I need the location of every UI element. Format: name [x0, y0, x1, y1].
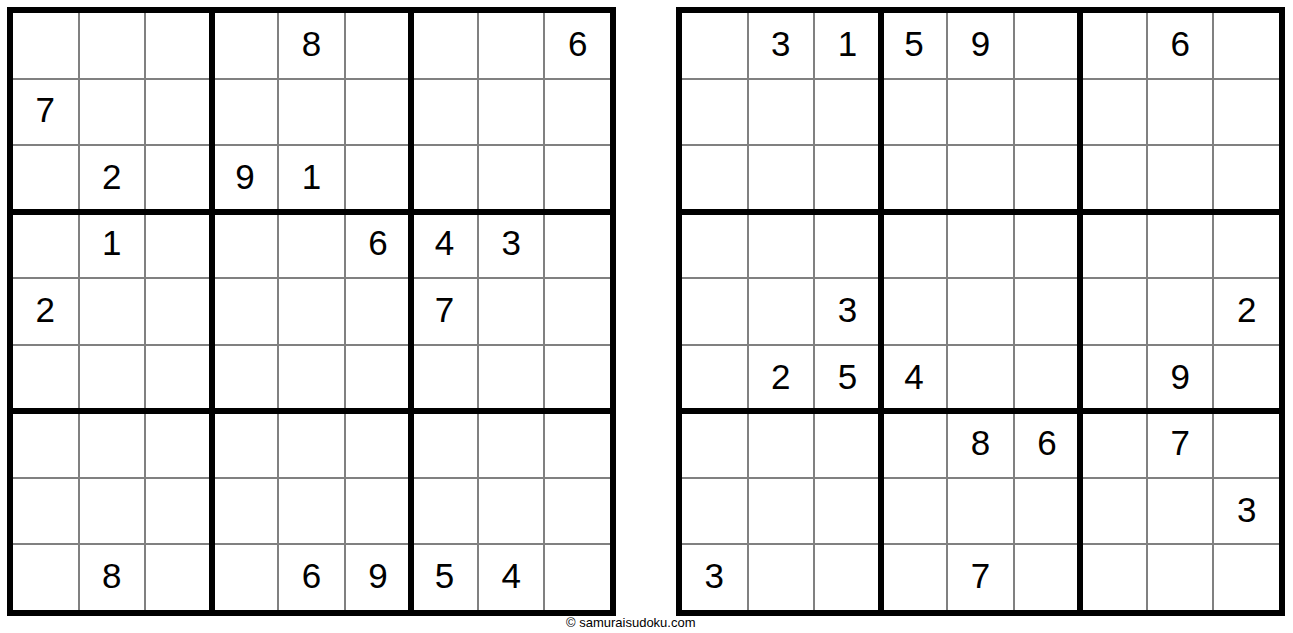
cell-r4c6[interactable] [1015, 213, 1080, 278]
cell-r8c5[interactable] [948, 479, 1013, 544]
cell-r5c3[interactable] [146, 279, 211, 344]
cell-r7c9[interactable] [545, 412, 610, 477]
box-separator-horizontal-2 [682, 408, 1279, 414]
cell-r6c5[interactable] [948, 346, 1013, 411]
cell-r3c8[interactable] [1148, 146, 1213, 211]
cell-r9c6: 9 [346, 545, 411, 610]
cell-r1c8: 6 [1148, 13, 1213, 78]
cell-r4c3[interactable] [815, 213, 880, 278]
cell-r9c2[interactable] [749, 545, 814, 610]
cell-r8c9: 3 [1214, 479, 1279, 544]
cell-r1c2: 3 [749, 13, 814, 78]
cell-r5c5[interactable] [279, 279, 344, 344]
cell-r2c6[interactable] [346, 80, 411, 145]
cell-r6c9[interactable] [545, 346, 610, 411]
cell-r3c1[interactable] [13, 146, 78, 211]
cell-r9c4[interactable] [882, 545, 947, 610]
cell-r9c5: 7 [948, 545, 1013, 610]
cell-r8c4[interactable] [882, 479, 947, 544]
cell-r5c3: 3 [815, 279, 880, 344]
cell-r8c7[interactable] [1081, 479, 1146, 544]
cell-r1c1[interactable] [682, 13, 747, 78]
cell-r6c8: 9 [1148, 346, 1213, 411]
cell-r4c2: 1 [80, 213, 145, 278]
cell-r7c1[interactable] [682, 412, 747, 477]
cell-r1c3[interactable] [146, 13, 211, 78]
cell-r2c4[interactable] [213, 80, 278, 145]
cell-r9c2: 8 [80, 545, 145, 610]
cell-r5c5[interactable] [948, 279, 1013, 344]
cell-r3c2[interactable] [749, 146, 814, 211]
cell-r5c1[interactable] [682, 279, 747, 344]
cell-r6c7[interactable] [412, 346, 477, 411]
cell-r1c6[interactable] [346, 13, 411, 78]
cell-r1c4[interactable] [213, 13, 278, 78]
cell-r2c6[interactable] [1015, 80, 1080, 145]
box-separator-horizontal-1 [13, 209, 610, 215]
cell-r1c9[interactable] [1214, 13, 1279, 78]
cell-r8c1[interactable] [682, 479, 747, 544]
cell-r6c8[interactable] [479, 346, 544, 411]
cell-r6c9[interactable] [1214, 346, 1279, 411]
cell-r6c3[interactable] [146, 346, 211, 411]
cell-r9c3[interactable] [146, 545, 211, 610]
cell-r9c9[interactable] [1214, 545, 1279, 610]
cell-r2c8[interactable] [1148, 80, 1213, 145]
cell-r1c8[interactable] [479, 13, 544, 78]
cell-r5c4[interactable] [882, 279, 947, 344]
cell-r1c3: 1 [815, 13, 880, 78]
cell-r2c7[interactable] [412, 80, 477, 145]
cell-r2c1: 7 [13, 80, 78, 145]
cell-r6c6[interactable] [1015, 346, 1080, 411]
cell-r3c8[interactable] [479, 146, 544, 211]
cell-r8c9[interactable] [545, 479, 610, 544]
cell-r4c1[interactable] [13, 213, 78, 278]
cell-r2c8[interactable] [479, 80, 544, 145]
cell-r1c5: 9 [948, 13, 1013, 78]
cell-r7c2[interactable] [80, 412, 145, 477]
cell-r9c7[interactable] [1081, 545, 1146, 610]
cell-r6c6[interactable] [346, 346, 411, 411]
cell-r9c4[interactable] [213, 545, 278, 610]
cell-r7c6[interactable] [346, 412, 411, 477]
cell-r4c6: 6 [346, 213, 411, 278]
cell-r4c7[interactable] [1081, 213, 1146, 278]
cell-r5c7: 7 [412, 279, 477, 344]
cell-r6c2[interactable] [80, 346, 145, 411]
cell-r2c2[interactable] [80, 80, 145, 145]
cell-r2c9[interactable] [1214, 80, 1279, 145]
cell-r4c5[interactable] [948, 213, 1013, 278]
cell-r4c1[interactable] [682, 213, 747, 278]
cell-r5c9[interactable] [545, 279, 610, 344]
cell-r6c4[interactable] [213, 346, 278, 411]
cell-r3c2: 2 [80, 146, 145, 211]
cell-r7c7[interactable] [412, 412, 477, 477]
cell-r2c3[interactable] [146, 80, 211, 145]
cell-r8c1[interactable] [13, 479, 78, 544]
cell-r3c5[interactable] [948, 146, 1013, 211]
cell-r1c9: 6 [545, 13, 610, 78]
cell-r5c1: 2 [13, 279, 78, 344]
cell-r5c6[interactable] [346, 279, 411, 344]
cell-r8c3[interactable] [146, 479, 211, 544]
cell-r8c4[interactable] [213, 479, 278, 544]
cell-r7c4[interactable] [213, 412, 278, 477]
cell-r6c1[interactable] [682, 346, 747, 411]
box-separator-horizontal-1 [682, 209, 1279, 215]
cell-r8c8[interactable] [479, 479, 544, 544]
cell-r8c3[interactable] [815, 479, 880, 544]
cell-r5c4[interactable] [213, 279, 278, 344]
cell-r3c7[interactable] [412, 146, 477, 211]
cell-r8c7[interactable] [412, 479, 477, 544]
cell-r6c5[interactable] [279, 346, 344, 411]
cell-r9c7: 5 [412, 545, 477, 610]
cell-r1c2[interactable] [80, 13, 145, 78]
cell-r9c9[interactable] [545, 545, 610, 610]
cell-r7c5[interactable] [279, 412, 344, 477]
cell-r8c8[interactable] [1148, 479, 1213, 544]
cell-r1c5: 8 [279, 13, 344, 78]
cell-r2c5[interactable] [279, 80, 344, 145]
cell-r8c6[interactable] [1015, 479, 1080, 544]
cell-r3c9[interactable] [1214, 146, 1279, 211]
cell-r8c2[interactable] [80, 479, 145, 544]
cell-r7c8: 7 [1148, 412, 1213, 477]
cell-r9c5: 6 [279, 545, 344, 610]
cell-r1c7[interactable] [1081, 13, 1146, 78]
cell-r4c3[interactable] [146, 213, 211, 278]
cell-r9c3[interactable] [815, 545, 880, 610]
cell-r3c3[interactable] [815, 146, 880, 211]
cell-r3c4: 9 [213, 146, 278, 211]
sudoku-board-right: 31596322549867337 [676, 7, 1285, 616]
cell-r2c2[interactable] [749, 80, 814, 145]
cell-r1c1[interactable] [13, 13, 78, 78]
cell-r2c1[interactable] [682, 80, 747, 145]
cell-r8c6[interactable] [346, 479, 411, 544]
cell-r7c7[interactable] [1081, 412, 1146, 477]
cell-r7c9[interactable] [1214, 412, 1279, 477]
cell-r5c9: 2 [1214, 279, 1279, 344]
cell-r9c1: 3 [682, 545, 747, 610]
cell-r5c6[interactable] [1015, 279, 1080, 344]
cell-r4c9[interactable] [545, 213, 610, 278]
box-separator-vertical-2 [408, 13, 414, 610]
cell-r1c7[interactable] [412, 13, 477, 78]
copyright-watermark: © samuraisudoku.com [566, 615, 696, 630]
cell-r5c2[interactable] [749, 279, 814, 344]
box-separator-vertical-1 [209, 13, 215, 610]
cell-r2c3[interactable] [815, 80, 880, 145]
cell-r7c3[interactable] [146, 412, 211, 477]
cell-r3c6[interactable] [1015, 146, 1080, 211]
cell-r4c7: 4 [412, 213, 477, 278]
cell-r8c5[interactable] [279, 479, 344, 544]
box-separator-horizontal-2 [13, 408, 610, 414]
cell-r4c8[interactable] [1148, 213, 1213, 278]
cell-r7c8[interactable] [479, 412, 544, 477]
cell-r9c8: 4 [479, 545, 544, 610]
cell-r6c7[interactable] [1081, 346, 1146, 411]
cell-r7c6: 6 [1015, 412, 1080, 477]
box-separator-vertical-2 [1077, 13, 1083, 610]
cell-r3c7[interactable] [1081, 146, 1146, 211]
cell-r4c4[interactable] [882, 213, 947, 278]
cell-r7c3[interactable] [815, 412, 880, 477]
cell-r4c5[interactable] [279, 213, 344, 278]
cell-r7c5: 8 [948, 412, 1013, 477]
cell-r2c7[interactable] [1081, 80, 1146, 145]
cell-r2c5[interactable] [948, 80, 1013, 145]
cell-r1c6[interactable] [1015, 13, 1080, 78]
cell-r4c9[interactable] [1214, 213, 1279, 278]
cell-r4c8: 3 [479, 213, 544, 278]
cell-r5c8[interactable] [1148, 279, 1213, 344]
cell-r6c4: 4 [882, 346, 947, 411]
cell-r2c9[interactable] [545, 80, 610, 145]
cell-r7c1[interactable] [13, 412, 78, 477]
cell-r5c7[interactable] [1081, 279, 1146, 344]
cell-r6c1[interactable] [13, 346, 78, 411]
cell-r5c2[interactable] [80, 279, 145, 344]
cell-r5c8[interactable] [479, 279, 544, 344]
cell-r6c3: 5 [815, 346, 880, 411]
cell-r3c1[interactable] [682, 146, 747, 211]
cell-r4c4[interactable] [213, 213, 278, 278]
cell-r3c9[interactable] [545, 146, 610, 211]
cell-r6c2: 2 [749, 346, 814, 411]
box-separator-vertical-1 [878, 13, 884, 610]
cell-r3c6[interactable] [346, 146, 411, 211]
cell-r2c4[interactable] [882, 80, 947, 145]
cell-r3c4[interactable] [882, 146, 947, 211]
cell-r8c2[interactable] [749, 479, 814, 544]
cell-r7c2[interactable] [749, 412, 814, 477]
sudoku-board-left: 86729116432786954 [7, 7, 616, 616]
cell-r7c4[interactable] [882, 412, 947, 477]
cell-r9c8[interactable] [1148, 545, 1213, 610]
cell-r9c6[interactable] [1015, 545, 1080, 610]
cell-r9c1[interactable] [13, 545, 78, 610]
cell-r1c4: 5 [882, 13, 947, 78]
cell-r3c3[interactable] [146, 146, 211, 211]
cell-r3c5: 1 [279, 146, 344, 211]
cell-r4c2[interactable] [749, 213, 814, 278]
